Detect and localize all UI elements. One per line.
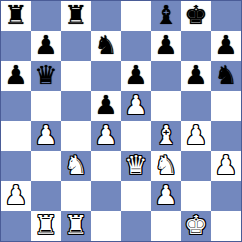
white-knight[interactable]: ♞ [64, 152, 87, 178]
black-rook[interactable]: ♜ [64, 2, 87, 28]
white-pawn[interactable]: ♟ [214, 152, 237, 178]
black-knight[interactable]: ♞ [214, 62, 237, 88]
square-f1[interactable] [151, 211, 181, 241]
square-b1[interactable]: ♜ [31, 211, 61, 241]
square-d5[interactable]: ♟ [91, 91, 121, 121]
square-f2[interactable]: ♟ [151, 181, 181, 211]
square-e8[interactable] [121, 1, 151, 31]
square-e3[interactable]: ♛ [121, 151, 151, 181]
square-b3[interactable] [31, 151, 61, 181]
white-bishop[interactable]: ♝ [154, 122, 177, 148]
black-bishop[interactable]: ♝ [154, 2, 177, 28]
square-a6[interactable]: ♟ [1, 61, 31, 91]
square-g3[interactable] [181, 151, 211, 181]
square-f3[interactable]: ♞ [151, 151, 181, 181]
square-c7[interactable] [61, 31, 91, 61]
square-g2[interactable] [181, 181, 211, 211]
square-d2[interactable] [91, 181, 121, 211]
square-h7[interactable]: ♟ [211, 31, 241, 61]
square-b6[interactable]: ♛ [31, 61, 61, 91]
square-h1[interactable] [211, 211, 241, 241]
square-h3[interactable]: ♟ [211, 151, 241, 181]
white-rook[interactable]: ♜ [34, 212, 57, 238]
square-g4[interactable]: ♟ [181, 121, 211, 151]
square-c4[interactable] [61, 121, 91, 151]
square-h4[interactable] [211, 121, 241, 151]
square-h8[interactable] [211, 1, 241, 31]
black-knight[interactable]: ♞ [94, 32, 117, 58]
black-pawn[interactable]: ♟ [154, 32, 177, 58]
white-pawn[interactable]: ♟ [124, 92, 147, 118]
white-queen[interactable]: ♛ [124, 152, 147, 178]
chess-board: ♜♜♝♚♟♞♟♟♟♛♟♟♞♟♟♟♟♝♟♞♛♞♟♟♟♜♜♚ [0, 0, 242, 242]
square-a4[interactable] [1, 121, 31, 151]
chess-board-grid: ♜♜♝♚♟♞♟♟♟♛♟♟♞♟♟♟♟♝♟♞♛♞♟♟♟♜♜♚ [1, 1, 241, 241]
square-f6[interactable] [151, 61, 181, 91]
square-d6[interactable] [91, 61, 121, 91]
square-e2[interactable] [121, 181, 151, 211]
black-pawn[interactable]: ♟ [94, 92, 117, 118]
black-pawn[interactable]: ♟ [34, 32, 57, 58]
square-f7[interactable]: ♟ [151, 31, 181, 61]
square-e5[interactable]: ♟ [121, 91, 151, 121]
square-h6[interactable]: ♞ [211, 61, 241, 91]
black-rook[interactable]: ♜ [4, 2, 27, 28]
square-f8[interactable]: ♝ [151, 1, 181, 31]
white-king[interactable]: ♚ [184, 212, 207, 238]
square-d3[interactable] [91, 151, 121, 181]
square-f5[interactable] [151, 91, 181, 121]
square-g8[interactable]: ♚ [181, 1, 211, 31]
black-pawn[interactable]: ♟ [124, 62, 147, 88]
white-pawn[interactable]: ♟ [94, 122, 117, 148]
square-c8[interactable]: ♜ [61, 1, 91, 31]
square-e1[interactable] [121, 211, 151, 241]
white-rook[interactable]: ♜ [64, 212, 87, 238]
square-f4[interactable]: ♝ [151, 121, 181, 151]
square-b5[interactable] [31, 91, 61, 121]
square-e7[interactable] [121, 31, 151, 61]
square-d8[interactable] [91, 1, 121, 31]
white-pawn[interactable]: ♟ [154, 182, 177, 208]
square-c2[interactable] [61, 181, 91, 211]
square-g6[interactable]: ♟ [181, 61, 211, 91]
square-d7[interactable]: ♞ [91, 31, 121, 61]
square-c6[interactable] [61, 61, 91, 91]
black-queen[interactable]: ♛ [34, 62, 57, 88]
square-e6[interactable]: ♟ [121, 61, 151, 91]
white-pawn[interactable]: ♟ [4, 182, 27, 208]
black-pawn[interactable]: ♟ [214, 32, 237, 58]
square-b2[interactable] [31, 181, 61, 211]
square-g7[interactable] [181, 31, 211, 61]
square-g1[interactable]: ♚ [181, 211, 211, 241]
square-a2[interactable]: ♟ [1, 181, 31, 211]
square-b8[interactable] [31, 1, 61, 31]
white-knight[interactable]: ♞ [154, 152, 177, 178]
square-d1[interactable] [91, 211, 121, 241]
square-b7[interactable]: ♟ [31, 31, 61, 61]
square-e4[interactable] [121, 121, 151, 151]
square-g5[interactable] [181, 91, 211, 121]
square-c3[interactable]: ♞ [61, 151, 91, 181]
square-c5[interactable] [61, 91, 91, 121]
square-d4[interactable]: ♟ [91, 121, 121, 151]
black-pawn[interactable]: ♟ [184, 62, 207, 88]
square-a8[interactable]: ♜ [1, 1, 31, 31]
white-pawn[interactable]: ♟ [184, 122, 207, 148]
black-pawn[interactable]: ♟ [4, 62, 27, 88]
square-a3[interactable] [1, 151, 31, 181]
square-b4[interactable]: ♟ [31, 121, 61, 151]
square-h2[interactable] [211, 181, 241, 211]
square-h5[interactable] [211, 91, 241, 121]
white-pawn[interactable]: ♟ [34, 122, 57, 148]
square-a5[interactable] [1, 91, 31, 121]
square-a1[interactable] [1, 211, 31, 241]
black-king[interactable]: ♚ [184, 2, 207, 28]
square-c1[interactable]: ♜ [61, 211, 91, 241]
square-a7[interactable] [1, 31, 31, 61]
